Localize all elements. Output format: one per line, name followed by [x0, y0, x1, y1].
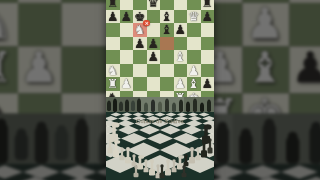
square-f6: ♟ [174, 23, 188, 37]
piece-black-pawn-d5: ♟ [148, 36, 159, 50]
square-g5 [187, 37, 201, 51]
square-g6 [187, 23, 201, 37]
square-b4 [120, 50, 134, 64]
square-b2: ♟ [120, 77, 134, 91]
piece-white-rook-a2: ♜ [107, 77, 118, 91]
square-e6: ♝ [160, 23, 174, 37]
square-e2 [160, 77, 174, 91]
square-h7: ♟ [201, 10, 215, 24]
square-d8: ♛ [147, 0, 161, 10]
square-g7: ♛ [187, 10, 201, 24]
square-c4 [133, 50, 147, 64]
miss-x-icon: × [145, 20, 150, 27]
piece-black-pawn-d4: ♟ [148, 50, 159, 64]
piece-white-bishop-g2: ♝ [188, 77, 199, 91]
bg-square-a2: ♜ [0, 46, 16, 91]
square-c2 [133, 77, 147, 91]
piece-white-knight-a3: ♞ [107, 63, 118, 77]
chess-set-photo: Coisas de Xadrez [106, 97, 214, 180]
bg-piece-white-bishop-g2: ♝ [246, 45, 284, 90]
square-b7: ♟ [120, 10, 134, 24]
bg-square-c3 [62, 1, 107, 46]
bg-piece-white-pawn-g3: ♟ [246, 0, 284, 45]
piece-black-bishop-e6: ♝ [161, 23, 172, 37]
square-a5 [106, 37, 120, 51]
bg-square-h3 [288, 1, 320, 46]
piece-black-pawn-h2: ♟ [202, 77, 213, 91]
square-e4 [160, 50, 174, 64]
square-h5 [201, 37, 215, 51]
bg-piece-white-pawn-b2: ♟ [20, 45, 58, 90]
square-h6 [201, 23, 215, 37]
shorts-video[interactable]: ♜♛♜♟♟♚♝♛♟♞♝♟♟♟♟♝♞♟♜♟♟♝♟♞♜♚×Coisas de Xad… [106, 0, 214, 180]
square-d2 [147, 77, 161, 91]
bg-piece-white-rook-a2: ♜ [0, 45, 13, 90]
piece-black-pawn-a7: ♟ [107, 9, 118, 23]
square-e3 [160, 64, 174, 78]
bg-square-a3: ♞ [0, 1, 16, 46]
square-d3 [147, 64, 161, 78]
watermark-text: Coisas de Xadrez [136, 117, 184, 124]
piece-white-pawn-g3: ♟ [188, 63, 199, 77]
chess-board: ♜♛♜♟♟♚♝♛♟♞♝♟♟♟♟♝♞♟♜♟♟♝♟♞♜♚× [106, 0, 214, 104]
piece-black-bishop-e7: ♝ [161, 9, 172, 23]
bg-square-h2: ♟ [288, 46, 320, 91]
piece-black-pawn-h7: ♟ [202, 9, 213, 23]
square-b6 [120, 23, 134, 37]
piece-black-queen-d8: ♛ [148, 0, 159, 9]
piece-white-queen-g7: ♛ [188, 9, 199, 23]
square-c3 [133, 64, 147, 78]
bg-piece-black-pawn-h2: ♟ [291, 45, 320, 90]
video-frame: ♜♛♜♟♟♚♝♛♟♞♝♟♟♟♟♝♞♟♜♟♟♝♟♞♜♚♜♛♜♟♟♚♝♛♟♞♝♟♟♟… [0, 0, 320, 180]
square-h2: ♟ [201, 77, 215, 91]
bg-piece-white-knight-a3: ♞ [0, 0, 13, 45]
piece-white-bishop-f4: ♝ [175, 50, 186, 64]
square-e5 [160, 37, 174, 51]
piece-white-pawn-b2: ♟ [121, 77, 132, 91]
square-a7: ♟ [106, 10, 120, 24]
bg-square-c2 [62, 46, 107, 91]
square-b5 [120, 37, 134, 51]
bg-square-b2: ♟ [16, 46, 61, 91]
piece-black-pawn-f6: ♟ [175, 23, 186, 37]
bg-square-b3 [16, 1, 61, 46]
square-c5: ♟ [133, 37, 147, 51]
square-f8 [174, 0, 188, 10]
piece-black-pawn-c5: ♟ [134, 36, 145, 50]
piece-black-pawn-b7: ♟ [121, 9, 132, 23]
square-d4: ♟ [147, 50, 161, 64]
square-f4: ♝ [174, 50, 188, 64]
bg-square-g3: ♟ [242, 1, 287, 46]
bg-square-g2: ♝ [242, 46, 287, 91]
piece-white-pawn-f2: ♟ [175, 77, 186, 91]
square-h4 [201, 50, 215, 64]
square-a6 [106, 23, 120, 37]
